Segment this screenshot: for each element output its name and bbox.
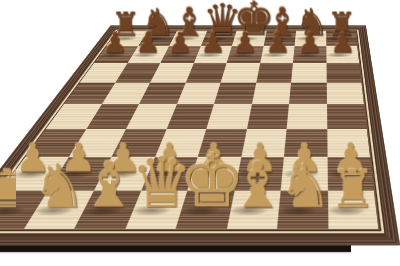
piece-white-king-e1[interactable]: ♚ [179,144,229,218]
board-scene: ♜♞♝♛♚♝♞♜♟♟♟♟♟♟♟♟♟♟♟♟♟♟♟♟♜♞♝♛♚♝♞♜ [0,0,400,266]
chessboard-photo: ♜♞♝♛♚♝♞♜♟♟♟♟♟♟♟♟♟♟♟♟♟♟♟♟♜♞♝♛♚♝♞♜ [0,0,400,266]
piece-black-pawn-h7[interactable]: ♟ [326,28,358,57]
piece-white-rook-a1[interactable]: ♜ [0,162,32,215]
piece-white-knight-g1[interactable]: ♞ [278,155,327,216]
piece-black-pawn-d7[interactable]: ♟ [196,28,228,57]
piece-white-bishop-c1[interactable]: ♝ [81,153,130,216]
piece-white-knight-b1[interactable]: ♞ [31,155,80,216]
pieces-layer: ♜♞♝♛♚♝♞♜♟♟♟♟♟♟♟♟♟♟♟♟♟♟♟♟♜♞♝♛♚♝♞♜ [0,25,400,245]
piece-black-pawn-e7[interactable]: ♟ [229,28,261,57]
piece-white-queen-d1[interactable]: ♛ [130,147,179,217]
piece-black-pawn-g7[interactable]: ♟ [294,28,326,57]
piece-black-pawn-a7[interactable]: ♟ [99,28,131,57]
piece-black-pawn-b7[interactable]: ♟ [131,28,163,57]
chess-board: ♜♞♝♛♚♝♞♜♟♟♟♟♟♟♟♟♟♟♟♟♟♟♟♟♜♞♝♛♚♝♞♜ [0,25,400,245]
piece-black-pawn-c7[interactable]: ♟ [164,28,196,57]
piece-white-rook-h1[interactable]: ♜ [328,162,377,215]
piece-black-pawn-f7[interactable]: ♟ [261,28,293,57]
board-side-edge [0,245,400,251]
